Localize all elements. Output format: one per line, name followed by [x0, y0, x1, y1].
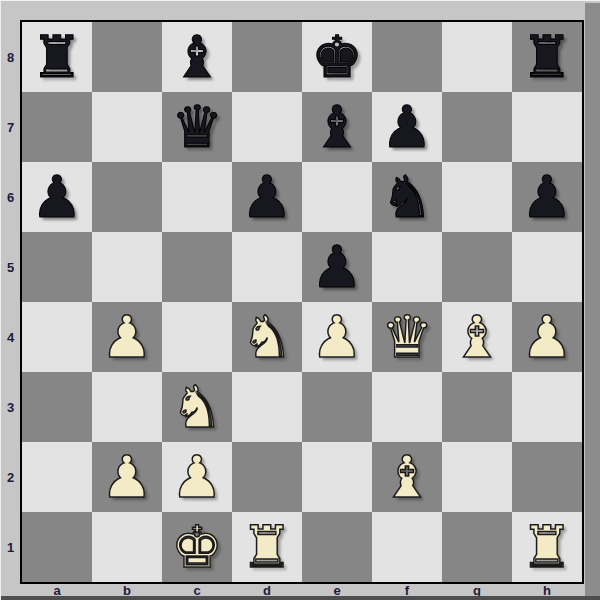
square-b7[interactable] — [92, 92, 162, 162]
square-f3[interactable] — [372, 372, 442, 442]
square-a5[interactable] — [22, 232, 92, 302]
square-h2[interactable] — [512, 442, 582, 512]
piece-white-rook[interactable]: ♜ — [241, 512, 293, 582]
piece-white-knight[interactable]: ♞ — [241, 302, 293, 372]
square-d4[interactable]: ♞ — [232, 302, 302, 372]
piece-black-pawn[interactable]: ♟ — [521, 162, 573, 232]
rank-label-7: 7 — [1, 92, 20, 162]
rank-label-1: 1 — [1, 512, 20, 582]
square-g3[interactable] — [442, 372, 512, 442]
square-e1[interactable] — [302, 512, 372, 582]
rank-label-4: 4 — [1, 302, 20, 372]
square-c2[interactable]: ♟ — [162, 442, 232, 512]
square-e2[interactable] — [302, 442, 372, 512]
square-g5[interactable] — [442, 232, 512, 302]
square-f4[interactable]: ♛ — [372, 302, 442, 372]
square-d2[interactable] — [232, 442, 302, 512]
piece-black-pawn[interactable]: ♟ — [241, 162, 293, 232]
piece-black-bishop[interactable]: ♝ — [171, 22, 223, 92]
piece-white-pawn[interactable]: ♟ — [101, 302, 153, 372]
square-e8[interactable]: ♚ — [302, 22, 372, 92]
square-h7[interactable] — [512, 92, 582, 162]
square-a1[interactable] — [22, 512, 92, 582]
square-b4[interactable]: ♟ — [92, 302, 162, 372]
rank-label-3: 3 — [1, 372, 20, 442]
rank-label-2: 2 — [1, 442, 20, 512]
square-g4[interactable]: ♝ — [442, 302, 512, 372]
piece-white-queen[interactable]: ♛ — [381, 302, 433, 372]
square-e5[interactable]: ♟ — [302, 232, 372, 302]
piece-black-rook[interactable]: ♜ — [31, 22, 83, 92]
square-d5[interactable] — [232, 232, 302, 302]
square-b2[interactable]: ♟ — [92, 442, 162, 512]
square-g8[interactable] — [442, 22, 512, 92]
rank-label-8: 8 — [1, 22, 20, 92]
piece-white-pawn[interactable]: ♟ — [101, 442, 153, 512]
square-f7[interactable]: ♟ — [372, 92, 442, 162]
square-b8[interactable] — [92, 22, 162, 92]
square-d3[interactable] — [232, 372, 302, 442]
piece-white-bishop[interactable]: ♝ — [381, 442, 433, 512]
square-g7[interactable] — [442, 92, 512, 162]
square-b3[interactable] — [92, 372, 162, 442]
piece-black-knight[interactable]: ♞ — [381, 162, 433, 232]
piece-black-queen[interactable]: ♛ — [171, 92, 223, 162]
square-b5[interactable] — [92, 232, 162, 302]
square-h8[interactable]: ♜ — [512, 22, 582, 92]
square-c8[interactable]: ♝ — [162, 22, 232, 92]
piece-black-rook[interactable]: ♜ — [521, 22, 573, 92]
piece-white-knight[interactable]: ♞ — [171, 372, 223, 442]
square-h4[interactable]: ♟ — [512, 302, 582, 372]
square-f2[interactable]: ♝ — [372, 442, 442, 512]
square-c6[interactable] — [162, 162, 232, 232]
square-e4[interactable]: ♟ — [302, 302, 372, 372]
square-a3[interactable] — [22, 372, 92, 442]
square-f8[interactable] — [372, 22, 442, 92]
chess-board[interactable]: ♜♝♚♜♛♝♟♟♟♞♟♟♟♞♟♛♝♟♞♟♟♝♚♜♜ — [20, 20, 584, 584]
square-g1[interactable] — [442, 512, 512, 582]
square-e3[interactable] — [302, 372, 372, 442]
square-h1[interactable]: ♜ — [512, 512, 582, 582]
square-f6[interactable]: ♞ — [372, 162, 442, 232]
square-c7[interactable]: ♛ — [162, 92, 232, 162]
frame-shadow-bottom — [1, 596, 600, 600]
piece-black-bishop[interactable]: ♝ — [311, 92, 363, 162]
square-c4[interactable] — [162, 302, 232, 372]
square-d8[interactable] — [232, 22, 302, 92]
square-a6[interactable]: ♟ — [22, 162, 92, 232]
rank-labels: 87654321 — [1, 22, 20, 582]
frame-shadow-right — [585, 3, 600, 600]
square-a8[interactable]: ♜ — [22, 22, 92, 92]
piece-white-pawn[interactable]: ♟ — [171, 442, 223, 512]
square-b1[interactable] — [92, 512, 162, 582]
square-d1[interactable]: ♜ — [232, 512, 302, 582]
piece-white-pawn[interactable]: ♟ — [311, 302, 363, 372]
square-a7[interactable] — [22, 92, 92, 162]
chess-board-window: 87654321 ♜♝♚♜♛♝♟♟♟♞♟♟♟♞♟♛♝♟♞♟♟♝♚♜♜ abcde… — [0, 0, 600, 600]
square-h5[interactable] — [512, 232, 582, 302]
piece-black-pawn[interactable]: ♟ — [31, 162, 83, 232]
piece-white-bishop[interactable]: ♝ — [451, 302, 503, 372]
square-h6[interactable]: ♟ — [512, 162, 582, 232]
square-g6[interactable] — [442, 162, 512, 232]
square-f5[interactable] — [372, 232, 442, 302]
square-f1[interactable] — [372, 512, 442, 582]
rank-label-5: 5 — [1, 232, 20, 302]
square-e6[interactable] — [302, 162, 372, 232]
square-c3[interactable]: ♞ — [162, 372, 232, 442]
square-c1[interactable]: ♚ — [162, 512, 232, 582]
square-c5[interactable] — [162, 232, 232, 302]
square-e7[interactable]: ♝ — [302, 92, 372, 162]
piece-black-king[interactable]: ♚ — [311, 22, 363, 92]
piece-black-pawn[interactable]: ♟ — [381, 92, 433, 162]
piece-white-king[interactable]: ♚ — [171, 512, 223, 582]
square-d6[interactable]: ♟ — [232, 162, 302, 232]
square-b6[interactable] — [92, 162, 162, 232]
square-a4[interactable] — [22, 302, 92, 372]
piece-black-pawn[interactable]: ♟ — [311, 232, 363, 302]
square-g2[interactable] — [442, 442, 512, 512]
square-h3[interactable] — [512, 372, 582, 442]
square-d7[interactable] — [232, 92, 302, 162]
square-a2[interactable] — [22, 442, 92, 512]
rank-label-6: 6 — [1, 162, 20, 232]
piece-white-pawn[interactable]: ♟ — [521, 302, 573, 372]
piece-white-rook[interactable]: ♜ — [521, 512, 573, 582]
